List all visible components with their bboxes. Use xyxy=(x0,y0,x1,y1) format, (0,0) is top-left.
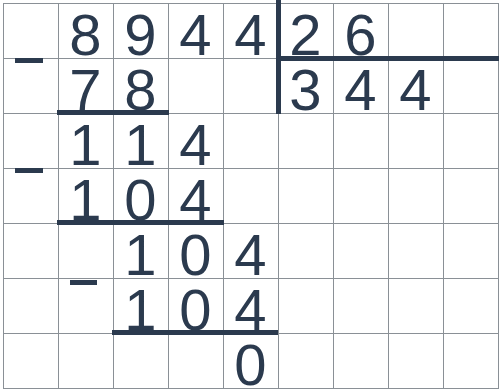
digit-cell: 8 xyxy=(58,3,113,58)
digit-cell: 4 xyxy=(168,168,223,223)
digit-cell: 0 xyxy=(223,333,278,388)
underline-78 xyxy=(57,110,169,115)
digit-cell: 1 xyxy=(113,113,168,168)
division-board: 894426783441141041041040 xyxy=(0,0,500,390)
division-bracket-horizontal-line xyxy=(276,56,499,61)
digit-cell: 4 xyxy=(223,278,278,333)
minus-sign-3 xyxy=(70,280,97,285)
digit-cell: 0 xyxy=(113,168,168,223)
digit-cell: 8 xyxy=(113,58,168,113)
digit-cell: 9 xyxy=(113,3,168,58)
digit-cell: 0 xyxy=(168,278,223,333)
minus-sign-1 xyxy=(15,58,43,63)
digit-cell: 4 xyxy=(333,58,388,113)
digit-cell: 4 xyxy=(223,223,278,278)
digit-cell: 1 xyxy=(113,223,168,278)
digit-cell: 4 xyxy=(388,58,443,113)
digit-cell: 3 xyxy=(278,58,333,113)
digit-cell: 7 xyxy=(58,58,113,113)
minus-sign-2 xyxy=(15,168,43,173)
underline-104-second xyxy=(112,330,278,335)
digit-cell: 1 xyxy=(113,278,168,333)
digit-cell: 1 xyxy=(58,113,113,168)
division-worksheet: 894426783441141041041040 xyxy=(0,0,500,390)
underline-104-first xyxy=(57,220,224,225)
digit-cell: 6 xyxy=(333,3,388,58)
digit-cell: 4 xyxy=(223,3,278,58)
digit-cell: 4 xyxy=(168,113,223,168)
digit-cell: 1 xyxy=(58,168,113,223)
digit-cell: 4 xyxy=(168,3,223,58)
digit-cell: 0 xyxy=(168,223,223,278)
digit-cell: 2 xyxy=(278,3,333,58)
